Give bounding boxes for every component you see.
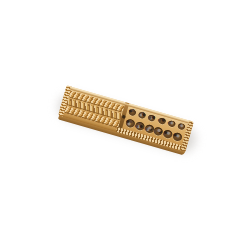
pit-near-2[interactable]: ●●●● xyxy=(134,121,145,131)
seed: ● xyxy=(161,118,166,123)
seed: ● xyxy=(146,127,151,132)
pit-near-1[interactable]: ●●● xyxy=(125,119,136,129)
seed: ● xyxy=(179,123,184,128)
seed: ● xyxy=(140,111,145,116)
seed: ● xyxy=(149,116,154,121)
pit-far-3[interactable]: ●●● xyxy=(148,114,156,122)
seed: ● xyxy=(163,130,168,135)
seed: ● xyxy=(141,113,146,118)
pit-far-2[interactable]: ●●● xyxy=(138,111,146,119)
seed: ● xyxy=(147,126,152,131)
pit-near-6[interactable]: ●● xyxy=(172,132,183,142)
seed: ● xyxy=(157,129,162,134)
board-top-surface: ●●●●●●●●●●●●●●●●●●●●●●●●●●●●●●●● xyxy=(58,85,193,151)
seed: ● xyxy=(162,132,167,137)
oware-board: ●●●●●●●●●●●●●●●●●●●●●●●●●●●●●●●● xyxy=(58,85,193,151)
pit-far-1[interactable]: ●● xyxy=(128,108,136,116)
seed: ● xyxy=(173,132,178,137)
seed: ● xyxy=(125,119,130,124)
seed: ● xyxy=(148,127,153,132)
seed: ● xyxy=(167,121,172,126)
seed: ● xyxy=(153,129,158,134)
seed: ● xyxy=(139,113,144,118)
seed: ● xyxy=(134,124,139,129)
seed: ● xyxy=(147,115,152,120)
seed: ● xyxy=(170,121,175,126)
pit-far-6[interactable]: ● xyxy=(177,122,185,130)
seed: ● xyxy=(138,121,143,126)
seed: ● xyxy=(143,126,148,131)
seed: ● xyxy=(166,131,171,136)
pit-near-5[interactable]: ●●● xyxy=(162,129,173,139)
seed: ● xyxy=(127,121,132,126)
seed: ● xyxy=(139,124,144,129)
seed: ● xyxy=(151,115,156,120)
seed: ● xyxy=(128,108,133,113)
seed: ● xyxy=(128,119,133,124)
pit-near-4[interactable]: ●●● xyxy=(153,127,164,137)
seed: ● xyxy=(158,129,163,134)
seed: ● xyxy=(157,118,162,123)
pit-far-5[interactable]: ●● xyxy=(167,120,175,128)
seed: ● xyxy=(176,134,181,139)
pit-far-4[interactable]: ●● xyxy=(158,117,166,125)
seed: ● xyxy=(136,124,141,129)
seed: ● xyxy=(131,108,136,113)
photo-canvas: ●●●●●●●●●●●●●●●●●●●●●●●●●●●●●●●● xyxy=(0,0,250,250)
